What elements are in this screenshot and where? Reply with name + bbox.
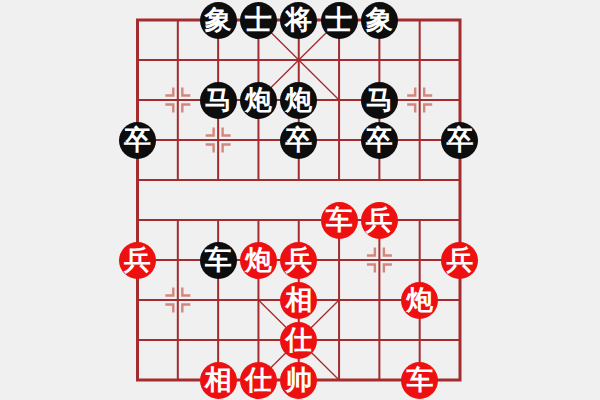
red-elephant[interactable]: 相 xyxy=(200,362,237,399)
black-pawn[interactable]: 卒 xyxy=(119,122,156,159)
black-advisor[interactable]: 士 xyxy=(321,2,358,39)
red-advisor[interactable]: 仕 xyxy=(280,322,317,359)
black-advisor[interactable]: 士 xyxy=(240,2,277,39)
black-horse[interactable]: 马 xyxy=(361,82,398,119)
black-elephant[interactable]: 象 xyxy=(200,2,237,39)
black-chariot[interactable]: 车 xyxy=(200,242,237,279)
black-pawn[interactable]: 卒 xyxy=(361,122,398,159)
red-pawn[interactable]: 兵 xyxy=(119,242,156,279)
red-pawn[interactable]: 兵 xyxy=(441,242,478,279)
red-cannon[interactable]: 炮 xyxy=(240,242,277,279)
xiangqi-app: 象士将士象马炮炮马卒卒卒卒车车兵兵炮兵兵相炮仕相仕帅车 xyxy=(0,0,600,400)
red-chariot[interactable]: 车 xyxy=(401,362,438,399)
black-horse[interactable]: 马 xyxy=(200,82,237,119)
red-pawn[interactable]: 兵 xyxy=(361,202,398,239)
red-elephant[interactable]: 相 xyxy=(280,282,317,319)
black-pawn[interactable]: 卒 xyxy=(280,122,317,159)
red-advisor[interactable]: 仕 xyxy=(240,362,277,399)
red-cannon[interactable]: 炮 xyxy=(401,282,438,319)
xiangqi-board[interactable]: 象士将士象马炮炮马卒卒卒卒车车兵兵炮兵兵相炮仕相仕帅车 xyxy=(117,0,480,400)
black-king[interactable]: 将 xyxy=(280,2,317,39)
black-pawn[interactable]: 卒 xyxy=(441,122,478,159)
black-cannon[interactable]: 炮 xyxy=(240,82,277,119)
red-pawn[interactable]: 兵 xyxy=(280,242,317,279)
red-king[interactable]: 帅 xyxy=(280,362,317,399)
red-chariot[interactable]: 车 xyxy=(321,202,358,239)
black-cannon[interactable]: 炮 xyxy=(280,82,317,119)
black-elephant[interactable]: 象 xyxy=(361,2,398,39)
